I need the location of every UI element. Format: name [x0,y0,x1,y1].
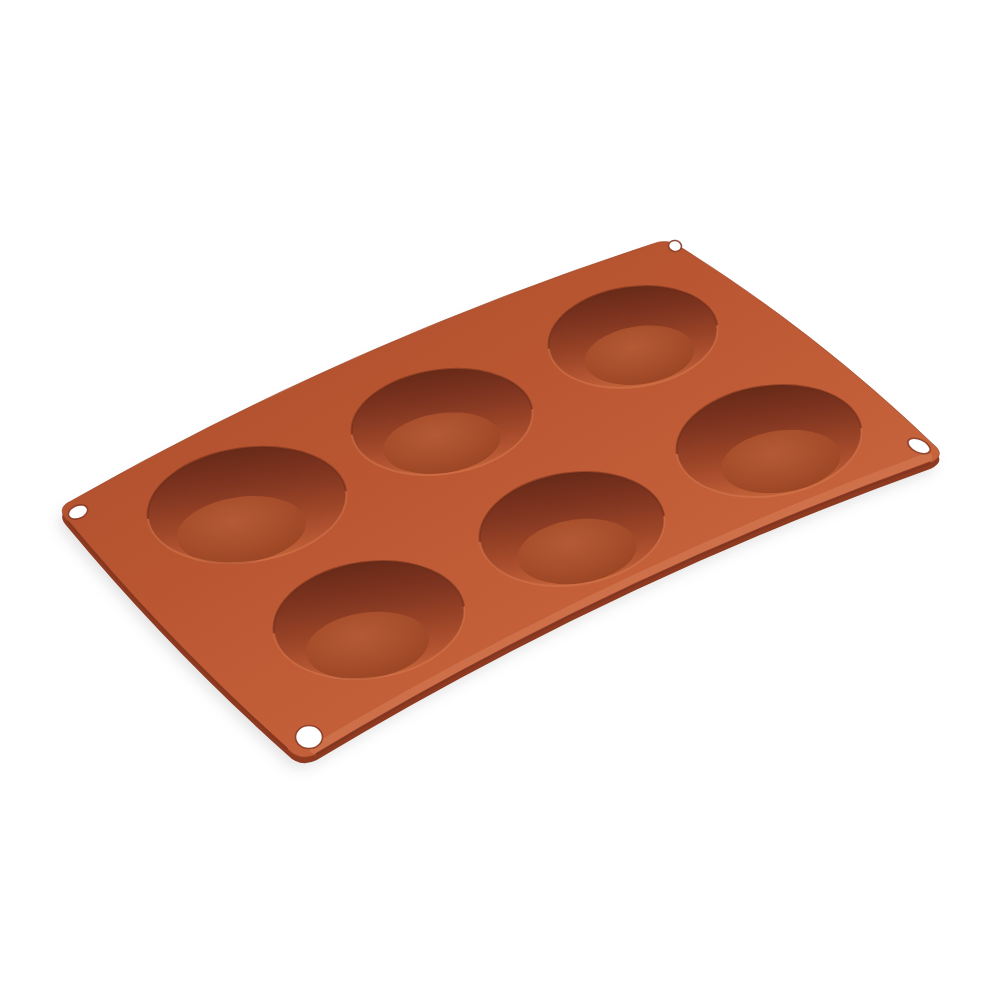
corner-hole-4 [296,726,323,749]
product-photo [0,0,1000,1000]
mold-photo-canvas [0,0,1000,1000]
